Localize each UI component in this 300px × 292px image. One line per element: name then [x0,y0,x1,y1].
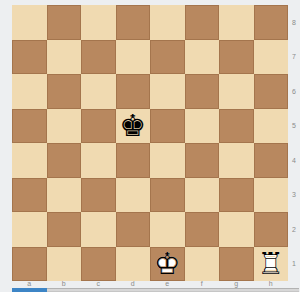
square-b8[interactable] [47,5,82,40]
square-c1[interactable] [81,247,116,282]
square-g1[interactable] [219,247,254,282]
chess-board: ♚♚♔♜♖ [12,5,288,281]
white-king-piece[interactable]: ♚♔ [150,247,185,282]
rank-label-2: 2 [288,212,300,247]
square-a1[interactable] [12,247,47,282]
square-c8[interactable] [81,5,116,40]
square-f2[interactable] [185,212,220,247]
square-d2[interactable] [116,212,151,247]
square-h1[interactable]: ♜♖ [254,247,289,282]
square-b5[interactable] [47,109,82,144]
file-label-d: d [116,280,151,288]
square-c5[interactable] [81,109,116,144]
square-b3[interactable] [47,178,82,213]
square-a8[interactable] [12,5,47,40]
square-h8[interactable] [254,5,289,40]
square-a5[interactable] [12,109,47,144]
square-b6[interactable] [47,74,82,109]
horizontal-scrollbar[interactable] [12,288,299,292]
square-d6[interactable] [116,74,151,109]
square-g2[interactable] [219,212,254,247]
square-f6[interactable] [185,74,220,109]
file-label-c: c [81,280,116,288]
square-c2[interactable] [81,212,116,247]
square-f3[interactable] [185,178,220,213]
square-g4[interactable] [219,143,254,178]
square-f1[interactable] [185,247,220,282]
square-d4[interactable] [116,143,151,178]
square-f8[interactable] [185,5,220,40]
square-c7[interactable] [81,40,116,75]
square-b2[interactable] [47,212,82,247]
file-label-f: f [185,280,220,288]
rank-label-1: 1 [288,247,300,282]
square-h5[interactable] [254,109,289,144]
square-h2[interactable] [254,212,289,247]
square-a4[interactable] [12,143,47,178]
square-d7[interactable] [116,40,151,75]
square-e6[interactable] [150,74,185,109]
file-label-a: a [12,280,47,288]
square-g3[interactable] [219,178,254,213]
square-b4[interactable] [47,143,82,178]
square-e4[interactable] [150,143,185,178]
white-king-glyph: ♔ [150,247,185,282]
square-e8[interactable] [150,5,185,40]
square-c4[interactable] [81,143,116,178]
square-g7[interactable] [219,40,254,75]
square-d3[interactable] [116,178,151,213]
square-d8[interactable] [116,5,151,40]
square-a7[interactable] [12,40,47,75]
square-h4[interactable] [254,143,289,178]
square-f4[interactable] [185,143,220,178]
scrollbar-thumb[interactable] [12,288,47,292]
square-e5[interactable] [150,109,185,144]
square-f5[interactable] [185,109,220,144]
square-a6[interactable] [12,74,47,109]
rank-label-3: 3 [288,178,300,213]
square-a3[interactable] [12,178,47,213]
square-h6[interactable] [254,74,289,109]
square-e2[interactable] [150,212,185,247]
rank-label-5: 5 [288,109,300,144]
square-e3[interactable] [150,178,185,213]
square-e1[interactable]: ♚♔ [150,247,185,282]
square-g6[interactable] [219,74,254,109]
file-label-h: h [254,280,289,288]
square-c3[interactable] [81,178,116,213]
square-h7[interactable] [254,40,289,75]
rank-label-8: 8 [288,5,300,40]
file-label-b: b [47,280,82,288]
square-b7[interactable] [47,40,82,75]
square-g8[interactable] [219,5,254,40]
rank-labels: 87654321 [288,5,300,281]
black-king-piece[interactable]: ♚ [116,109,151,144]
square-c6[interactable] [81,74,116,109]
file-labels: abcdefgh [12,280,288,288]
white-rook-piece[interactable]: ♜♖ [254,247,289,282]
white-rook-glyph: ♖ [254,247,289,282]
rank-label-7: 7 [288,40,300,75]
square-d5[interactable]: ♚ [116,109,151,144]
black-king-glyph: ♚ [116,109,151,144]
square-b1[interactable] [47,247,82,282]
file-label-g: g [219,280,254,288]
square-f7[interactable] [185,40,220,75]
square-h3[interactable] [254,178,289,213]
rank-label-4: 4 [288,143,300,178]
chess-diagram-screen: ♚♚♔♜♖ 87654321 abcdefgh [0,0,300,292]
square-e7[interactable] [150,40,185,75]
square-a2[interactable] [12,212,47,247]
square-g5[interactable] [219,109,254,144]
rank-label-6: 6 [288,74,300,109]
square-d1[interactable] [116,247,151,282]
file-label-e: e [150,280,185,288]
